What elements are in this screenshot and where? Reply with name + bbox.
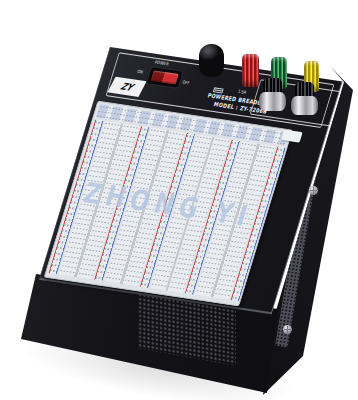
breadboard: ZHONG YI <box>44 101 293 307</box>
binding-post-black-1 <box>259 78 286 112</box>
power-label: POWER <box>154 60 170 67</box>
product-photo: ZY POWER ON OFF 1.5A POWERED BREADBOARD … <box>0 0 358 400</box>
power-switch-rocker <box>151 70 179 84</box>
binding-post-cap <box>295 82 314 97</box>
binding-post-cap <box>263 78 282 93</box>
screw-icon <box>283 325 292 334</box>
switch-on-label: ON <box>137 69 144 75</box>
fuse-holder-knob <box>199 44 224 77</box>
screw-icon <box>309 186 318 195</box>
binding-post-base <box>259 92 286 111</box>
switch-off-label: OFF <box>182 80 190 86</box>
power-switch <box>146 66 184 89</box>
binding-post-red <box>242 54 259 87</box>
fuse-rating-label: 1.5A <box>238 89 247 95</box>
binding-post-black-2 <box>291 82 318 116</box>
brand-logo: ZY <box>107 77 146 97</box>
binding-post-base <box>291 96 318 115</box>
